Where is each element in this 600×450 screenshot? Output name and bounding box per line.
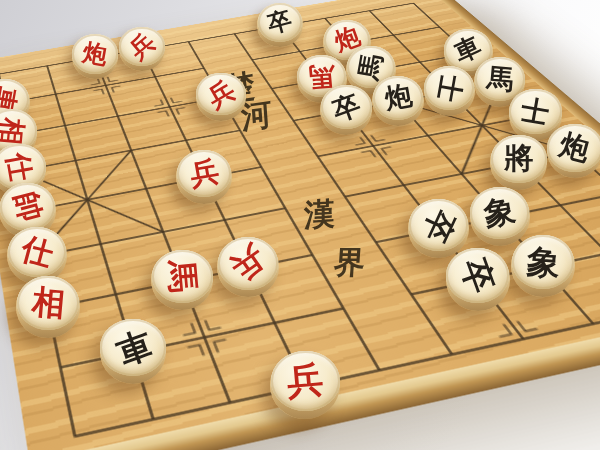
piece-face: 兵 xyxy=(119,27,164,67)
piece-face: 卒 xyxy=(321,85,372,129)
piece-character: 炮 xyxy=(557,130,593,166)
river-label-char: 界 xyxy=(333,242,367,284)
piece-character: 馬 xyxy=(485,65,514,94)
piece-character: 相 xyxy=(30,286,66,322)
piece-face: 象 xyxy=(512,235,575,289)
piece-face: 帥 xyxy=(0,183,55,231)
piece-black-chariot[interactable]: 車 xyxy=(100,319,167,384)
piece-face: 象 xyxy=(470,187,529,238)
piece-black-elephant[interactable]: 象 xyxy=(470,187,530,245)
piece-character: 相 xyxy=(0,117,26,146)
piece-character: 卒 xyxy=(265,8,294,37)
piece-character: 兵 xyxy=(203,76,239,112)
piece-character: 卒 xyxy=(456,254,499,297)
piece-character: 車 xyxy=(451,33,485,67)
piece-face: 士 xyxy=(424,66,474,110)
piece-character: 將 xyxy=(504,144,534,174)
piece-character: 兵 xyxy=(286,361,325,400)
piece-character: 炮 xyxy=(382,82,413,113)
piece-red-soldier[interactable]: 兵 xyxy=(217,237,279,297)
piece-face: 兵 xyxy=(271,351,340,411)
piece-black-elephant[interactable]: 象 xyxy=(511,235,575,297)
piece-red-advisor[interactable]: 仕 xyxy=(7,227,67,285)
piece-character: 象 xyxy=(525,244,561,280)
screenshot-root: 楚河漢界 車相仕帥仕相炮兵兵兵馬兵兵炮馬卒馬車馬士炮卒士炮將象象卒卒車 xyxy=(0,0,600,450)
piece-face: 兵 xyxy=(218,237,279,290)
piece-face: 士 xyxy=(509,89,562,135)
piece-character: 帥 xyxy=(10,189,46,225)
piece-character: 士 xyxy=(434,73,465,104)
piece-red-soldier[interactable]: 兵 xyxy=(176,150,232,204)
piece-face: 炮 xyxy=(547,124,600,172)
piece-character: 兵 xyxy=(187,157,220,190)
piece-character: 炮 xyxy=(81,40,109,68)
piece-black-general[interactable]: 將 xyxy=(490,135,547,190)
piece-face: 將 xyxy=(491,135,547,183)
piece-character: 卒 xyxy=(417,204,459,246)
piece-black-cannon[interactable]: 炮 xyxy=(547,124,600,179)
piece-face: 卒 xyxy=(446,248,509,303)
river-label-char: 漢 xyxy=(304,193,335,237)
piece-character: 馬 xyxy=(308,62,336,90)
piece-face: 車 xyxy=(100,319,165,376)
piece-face: 卒 xyxy=(258,3,303,42)
piece-character: 車 xyxy=(111,325,155,369)
piece-character: 馬 xyxy=(165,259,200,294)
piece-face: 炮 xyxy=(72,34,118,74)
piece-black-soldier[interactable]: 卒 xyxy=(320,85,372,135)
piece-character: 卒 xyxy=(329,90,364,125)
piece-face: 炮 xyxy=(373,76,424,120)
piece-black-soldier[interactable]: 卒 xyxy=(257,3,303,47)
piece-character: 士 xyxy=(519,95,551,127)
piece-character: 仕 xyxy=(3,151,35,183)
piece-face: 兵 xyxy=(177,150,232,197)
piece-red-elephant[interactable]: 相 xyxy=(16,276,79,337)
piece-face: 兵 xyxy=(196,73,245,116)
piece-character: 馬 xyxy=(356,52,386,82)
piece-face: 仕 xyxy=(8,227,67,278)
piece-black-advisor[interactable]: 士 xyxy=(424,66,475,116)
piece-red-soldier[interactable]: 兵 xyxy=(119,27,165,72)
piece-black-soldier[interactable]: 卒 xyxy=(408,199,469,258)
piece-character: 象 xyxy=(482,195,518,231)
piece-face: 馬 xyxy=(152,250,213,303)
piece-character: 兵 xyxy=(125,29,159,63)
piece-red-soldier[interactable]: 兵 xyxy=(196,73,246,122)
piece-character: 仕 xyxy=(18,233,56,271)
piece-black-cannon[interactable]: 炮 xyxy=(372,76,424,126)
piece-black-soldier[interactable]: 卒 xyxy=(446,248,510,310)
piece-face: 卒 xyxy=(409,199,468,251)
piece-character: 兵 xyxy=(226,241,271,286)
piece-face: 相 xyxy=(17,276,79,330)
